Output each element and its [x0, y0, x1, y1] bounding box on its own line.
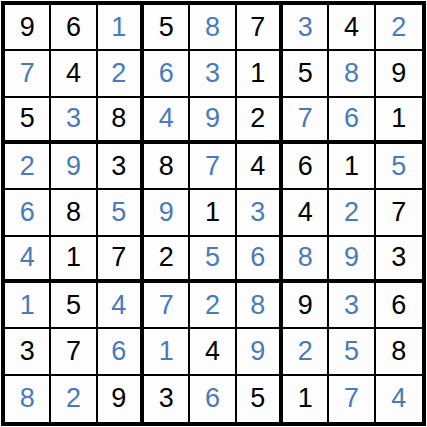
cell-r5c9[interactable]: 7	[376, 190, 422, 236]
cell-r5c7[interactable]: 4	[283, 190, 329, 236]
cell-r4c3[interactable]: 3	[98, 144, 144, 190]
cell-r7c1[interactable]: 1	[5, 283, 51, 329]
cell-r3c4[interactable]: 4	[144, 98, 190, 144]
sudoku-app: 9615873427426315895384927612938746156859…	[0, 0, 427, 427]
cell-r2c7[interactable]: 5	[283, 51, 329, 97]
cell-r1c8[interactable]: 4	[329, 5, 375, 51]
cell-r9c8[interactable]: 7	[329, 376, 375, 422]
cell-r2c9[interactable]: 9	[376, 51, 422, 97]
cell-r6c8[interactable]: 9	[329, 237, 375, 283]
cell-r6c3[interactable]: 7	[98, 237, 144, 283]
cell-r1c6[interactable]: 7	[237, 5, 283, 51]
cell-r6c4[interactable]: 2	[144, 237, 190, 283]
cell-r3c7[interactable]: 7	[283, 98, 329, 144]
cell-r8c8[interactable]: 5	[329, 329, 375, 375]
cell-r3c9[interactable]: 1	[376, 98, 422, 144]
cell-r9c6[interactable]: 5	[237, 376, 283, 422]
cell-r2c5[interactable]: 3	[190, 51, 236, 97]
cell-r8c4[interactable]: 1	[144, 329, 190, 375]
cell-r7c9[interactable]: 6	[376, 283, 422, 329]
cell-r4c5[interactable]: 7	[190, 144, 236, 190]
cell-r9c1[interactable]: 8	[5, 376, 51, 422]
cell-r1c3[interactable]: 1	[98, 5, 144, 51]
cell-r1c7[interactable]: 3	[283, 5, 329, 51]
cell-r9c9[interactable]: 4	[376, 376, 422, 422]
cell-r9c4[interactable]: 3	[144, 376, 190, 422]
cell-r6c5[interactable]: 5	[190, 237, 236, 283]
cell-r4c8[interactable]: 1	[329, 144, 375, 190]
cell-r8c7[interactable]: 2	[283, 329, 329, 375]
cell-r3c3[interactable]: 8	[98, 98, 144, 144]
cell-r6c9[interactable]: 3	[376, 237, 422, 283]
cell-r9c2[interactable]: 2	[51, 376, 97, 422]
cell-r8c9[interactable]: 8	[376, 329, 422, 375]
cell-r7c5[interactable]: 2	[190, 283, 236, 329]
cell-r4c4[interactable]: 8	[144, 144, 190, 190]
cell-r2c6[interactable]: 1	[237, 51, 283, 97]
cell-r7c6[interactable]: 8	[237, 283, 283, 329]
cell-r5c2[interactable]: 8	[51, 190, 97, 236]
cell-r1c1[interactable]: 9	[5, 5, 51, 51]
cell-r4c9[interactable]: 5	[376, 144, 422, 190]
cell-r9c3[interactable]: 9	[98, 376, 144, 422]
cell-r4c1[interactable]: 2	[5, 144, 51, 190]
cell-r8c5[interactable]: 4	[190, 329, 236, 375]
cell-r7c7[interactable]: 9	[283, 283, 329, 329]
cell-r2c2[interactable]: 4	[51, 51, 97, 97]
cell-r6c7[interactable]: 8	[283, 237, 329, 283]
cell-r3c2[interactable]: 3	[51, 98, 97, 144]
cell-r6c2[interactable]: 1	[51, 237, 97, 283]
cell-r2c3[interactable]: 2	[98, 51, 144, 97]
cell-r5c1[interactable]: 6	[5, 190, 51, 236]
cell-r4c6[interactable]: 4	[237, 144, 283, 190]
cell-r2c1[interactable]: 7	[5, 51, 51, 97]
cell-r3c6[interactable]: 2	[237, 98, 283, 144]
cell-r3c8[interactable]: 6	[329, 98, 375, 144]
cell-r8c6[interactable]: 9	[237, 329, 283, 375]
cell-r1c4[interactable]: 5	[144, 5, 190, 51]
cell-r9c7[interactable]: 1	[283, 376, 329, 422]
cell-r7c3[interactable]: 4	[98, 283, 144, 329]
cell-r7c4[interactable]: 7	[144, 283, 190, 329]
cell-r7c8[interactable]: 3	[329, 283, 375, 329]
cell-r5c6[interactable]: 3	[237, 190, 283, 236]
cell-r8c1[interactable]: 3	[5, 329, 51, 375]
cell-r4c2[interactable]: 9	[51, 144, 97, 190]
cell-r3c1[interactable]: 5	[5, 98, 51, 144]
cell-r5c3[interactable]: 5	[98, 190, 144, 236]
cell-r8c3[interactable]: 6	[98, 329, 144, 375]
cell-r1c9[interactable]: 2	[376, 5, 422, 51]
cell-r5c4[interactable]: 9	[144, 190, 190, 236]
cell-r4c7[interactable]: 6	[283, 144, 329, 190]
cell-r5c5[interactable]: 1	[190, 190, 236, 236]
cell-r8c2[interactable]: 7	[51, 329, 97, 375]
cell-r5c8[interactable]: 2	[329, 190, 375, 236]
cell-r1c2[interactable]: 6	[51, 5, 97, 51]
cell-r7c2[interactable]: 5	[51, 283, 97, 329]
cell-r2c4[interactable]: 6	[144, 51, 190, 97]
sudoku-board: 9615873427426315895384927612938746156859…	[1, 1, 426, 426]
cell-r1c5[interactable]: 8	[190, 5, 236, 51]
cell-r2c8[interactable]: 8	[329, 51, 375, 97]
cell-r6c6[interactable]: 6	[237, 237, 283, 283]
cell-r3c5[interactable]: 9	[190, 98, 236, 144]
cell-r6c1[interactable]: 4	[5, 237, 51, 283]
cell-r9c5[interactable]: 6	[190, 376, 236, 422]
